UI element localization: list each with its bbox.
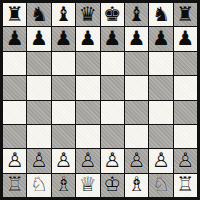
square-a4[interactable] <box>3 101 26 124</box>
square-d7[interactable]: ♟ <box>76 27 99 50</box>
square-f1[interactable]: ♗ <box>125 174 148 197</box>
square-g6[interactable] <box>149 52 172 75</box>
square-h1[interactable]: ♖ <box>174 174 197 197</box>
piece-white-bishop: ♗ <box>54 174 72 194</box>
square-b8[interactable]: ♞ <box>27 3 50 26</box>
square-c8[interactable]: ♝ <box>52 3 75 26</box>
piece-black-bishop: ♝ <box>54 4 72 24</box>
piece-black-pawn: ♟ <box>79 28 97 48</box>
square-e7[interactable]: ♟ <box>101 27 124 50</box>
piece-black-pawn: ♟ <box>128 28 146 48</box>
square-e5[interactable] <box>101 76 124 99</box>
square-e8[interactable]: ♚ <box>101 3 124 26</box>
piece-white-pawn: ♙ <box>6 150 24 170</box>
square-f5[interactable] <box>125 76 148 99</box>
square-e6[interactable] <box>101 52 124 75</box>
square-g2[interactable]: ♙ <box>149 149 172 172</box>
square-b7[interactable]: ♟ <box>27 27 50 50</box>
chess-board-frame: ♜♞♝♛♚♝♞♜♟♟♟♟♟♟♟♟♙♙♙♙♙♙♙♙♖♘♗♕♔♗♘♖ <box>0 0 200 200</box>
square-b3[interactable] <box>27 125 50 148</box>
chess-board: ♜♞♝♛♚♝♞♜♟♟♟♟♟♟♟♟♙♙♙♙♙♙♙♙♖♘♗♕♔♗♘♖ <box>3 3 197 197</box>
square-g1[interactable]: ♘ <box>149 174 172 197</box>
square-e2[interactable]: ♙ <box>101 149 124 172</box>
square-e1[interactable]: ♔ <box>101 174 124 197</box>
piece-black-king: ♚ <box>103 4 121 24</box>
square-g5[interactable] <box>149 76 172 99</box>
piece-black-rook: ♜ <box>6 4 24 24</box>
square-c2[interactable]: ♙ <box>52 149 75 172</box>
square-h5[interactable] <box>174 76 197 99</box>
square-a8[interactable]: ♜ <box>3 3 26 26</box>
piece-white-pawn: ♙ <box>103 150 121 170</box>
piece-white-knight: ♘ <box>30 174 48 194</box>
square-f2[interactable]: ♙ <box>125 149 148 172</box>
piece-black-pawn: ♟ <box>54 28 72 48</box>
square-e3[interactable] <box>101 125 124 148</box>
square-a3[interactable] <box>3 125 26 148</box>
square-g4[interactable] <box>149 101 172 124</box>
square-c1[interactable]: ♗ <box>52 174 75 197</box>
piece-white-pawn: ♙ <box>128 150 146 170</box>
square-b5[interactable] <box>27 76 50 99</box>
square-a7[interactable]: ♟ <box>3 27 26 50</box>
square-h4[interactable] <box>174 101 197 124</box>
square-c4[interactable] <box>52 101 75 124</box>
square-a5[interactable] <box>3 76 26 99</box>
square-c3[interactable] <box>52 125 75 148</box>
square-c5[interactable] <box>52 76 75 99</box>
square-d3[interactable] <box>76 125 99 148</box>
square-h3[interactable] <box>174 125 197 148</box>
piece-black-knight: ♞ <box>152 4 170 24</box>
square-f3[interactable] <box>125 125 148 148</box>
piece-black-pawn: ♟ <box>30 28 48 48</box>
piece-black-pawn: ♟ <box>152 28 170 48</box>
piece-white-knight: ♘ <box>152 174 170 194</box>
piece-white-bishop: ♗ <box>128 174 146 194</box>
square-h2[interactable]: ♙ <box>174 149 197 172</box>
square-h8[interactable]: ♜ <box>174 3 197 26</box>
square-d1[interactable]: ♕ <box>76 174 99 197</box>
square-d4[interactable] <box>76 101 99 124</box>
square-b2[interactable]: ♙ <box>27 149 50 172</box>
square-a1[interactable]: ♖ <box>3 174 26 197</box>
square-b4[interactable] <box>27 101 50 124</box>
square-f4[interactable] <box>125 101 148 124</box>
piece-black-knight: ♞ <box>30 4 48 24</box>
square-c6[interactable] <box>52 52 75 75</box>
square-f6[interactable] <box>125 52 148 75</box>
piece-black-bishop: ♝ <box>128 4 146 24</box>
piece-black-pawn: ♟ <box>176 28 194 48</box>
square-d2[interactable]: ♙ <box>76 149 99 172</box>
square-a2[interactable]: ♙ <box>3 149 26 172</box>
piece-black-queen: ♛ <box>79 4 97 24</box>
piece-white-queen: ♕ <box>79 174 97 194</box>
square-g8[interactable]: ♞ <box>149 3 172 26</box>
piece-white-rook: ♖ <box>6 174 24 194</box>
piece-white-king: ♔ <box>103 174 121 194</box>
square-b1[interactable]: ♘ <box>27 174 50 197</box>
piece-black-rook: ♜ <box>176 4 194 24</box>
square-d5[interactable] <box>76 76 99 99</box>
square-h6[interactable] <box>174 52 197 75</box>
square-f8[interactable]: ♝ <box>125 3 148 26</box>
square-e4[interactable] <box>101 101 124 124</box>
square-a6[interactable] <box>3 52 26 75</box>
piece-white-pawn: ♙ <box>152 150 170 170</box>
piece-black-pawn: ♟ <box>103 28 121 48</box>
piece-white-pawn: ♙ <box>176 150 194 170</box>
square-c7[interactable]: ♟ <box>52 27 75 50</box>
square-d6[interactable] <box>76 52 99 75</box>
piece-white-pawn: ♙ <box>79 150 97 170</box>
square-b6[interactable] <box>27 52 50 75</box>
piece-white-rook: ♖ <box>176 174 194 194</box>
square-g3[interactable] <box>149 125 172 148</box>
piece-white-pawn: ♙ <box>30 150 48 170</box>
square-h7[interactable]: ♟ <box>174 27 197 50</box>
square-g7[interactable]: ♟ <box>149 27 172 50</box>
piece-white-pawn: ♙ <box>54 150 72 170</box>
square-f7[interactable]: ♟ <box>125 27 148 50</box>
square-d8[interactable]: ♛ <box>76 3 99 26</box>
piece-black-pawn: ♟ <box>6 28 24 48</box>
